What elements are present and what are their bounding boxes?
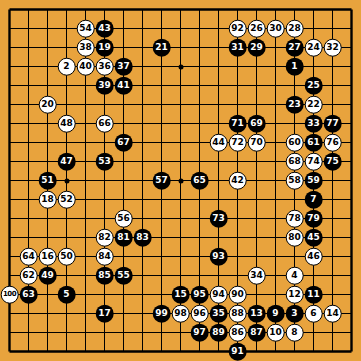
black-stone-79: 79: [304, 209, 323, 228]
black-stone-21: 21: [152, 38, 171, 57]
white-stone-98: 98: [171, 304, 190, 323]
star-point: [178, 178, 183, 183]
black-stone-23: 23: [285, 95, 304, 114]
black-stone-17: 17: [95, 304, 114, 323]
white-stone-30: 30: [266, 19, 285, 38]
black-stone-55: 55: [114, 266, 133, 285]
black-stone-99: 99: [152, 304, 171, 323]
black-stone-47: 47: [57, 152, 76, 171]
black-stone-61: 61: [304, 133, 323, 152]
white-stone-96: 96: [190, 304, 209, 323]
black-stone-43: 43: [95, 19, 114, 38]
white-stone-82: 82: [95, 228, 114, 247]
black-stone-81: 81: [114, 228, 133, 247]
white-stone-64: 64: [19, 247, 38, 266]
black-stone-49: 49: [38, 266, 57, 285]
black-stone-35: 35: [209, 304, 228, 323]
black-stone-45: 45: [304, 228, 323, 247]
black-stone-19: 19: [95, 38, 114, 57]
white-stone-58: 58: [285, 171, 304, 190]
white-stone-70: 70: [247, 133, 266, 152]
black-stone-7: 7: [304, 190, 323, 209]
black-stone-39: 39: [95, 76, 114, 95]
white-stone-74: 74: [304, 152, 323, 171]
black-stone-91: 91: [228, 342, 247, 361]
white-stone-12: 12: [285, 285, 304, 304]
white-stone-46: 46: [304, 247, 323, 266]
black-stone-93: 93: [209, 247, 228, 266]
white-stone-2: 2: [57, 57, 76, 76]
white-stone-32: 32: [323, 38, 342, 57]
white-stone-36: 36: [95, 57, 114, 76]
black-stone-5: 5: [57, 285, 76, 304]
white-stone-60: 60: [285, 133, 304, 152]
white-stone-20: 20: [38, 95, 57, 114]
black-stone-41: 41: [114, 76, 133, 95]
white-stone-90: 90: [228, 285, 247, 304]
white-stone-78: 78: [285, 209, 304, 228]
black-stone-15: 15: [171, 285, 190, 304]
black-stone-1: 1: [285, 57, 304, 76]
white-stone-72: 72: [228, 133, 247, 152]
white-stone-24: 24: [304, 38, 323, 57]
white-stone-56: 56: [114, 209, 133, 228]
white-stone-18: 18: [38, 190, 57, 209]
black-stone-67: 67: [114, 133, 133, 152]
black-stone-73: 73: [209, 209, 228, 228]
black-stone-89: 89: [209, 323, 228, 342]
white-stone-44: 44: [209, 133, 228, 152]
white-stone-40: 40: [76, 57, 95, 76]
black-stone-27: 27: [285, 38, 304, 57]
black-stone-59: 59: [304, 171, 323, 190]
white-stone-80: 80: [285, 228, 304, 247]
black-stone-95: 95: [190, 285, 209, 304]
black-stone-69: 69: [247, 114, 266, 133]
white-stone-94: 94: [209, 285, 228, 304]
white-stone-48: 48: [57, 114, 76, 133]
white-stone-14: 14: [323, 304, 342, 323]
black-stone-13: 13: [247, 304, 266, 323]
black-stone-75: 75: [323, 152, 342, 171]
white-stone-6: 6: [304, 304, 323, 323]
white-stone-42: 42: [228, 171, 247, 190]
white-stone-62: 62: [19, 266, 38, 285]
white-stone-26: 26: [247, 19, 266, 38]
black-stone-25: 25: [304, 76, 323, 95]
white-stone-84: 84: [95, 247, 114, 266]
black-stone-9: 9: [266, 304, 285, 323]
white-stone-100: 100: [0, 285, 19, 304]
white-stone-38: 38: [76, 38, 95, 57]
white-stone-86: 86: [228, 323, 247, 342]
white-stone-16: 16: [38, 247, 57, 266]
white-stone-34: 34: [247, 266, 266, 285]
black-stone-3: 3: [285, 304, 304, 323]
black-stone-31: 31: [228, 38, 247, 57]
white-stone-22: 22: [304, 95, 323, 114]
black-stone-11: 11: [304, 285, 323, 304]
white-stone-8: 8: [285, 323, 304, 342]
star-point: [178, 64, 183, 69]
white-stone-4: 4: [285, 266, 304, 285]
black-stone-53: 53: [95, 152, 114, 171]
white-stone-92: 92: [228, 19, 247, 38]
black-stone-63: 63: [19, 285, 38, 304]
black-stone-65: 65: [190, 171, 209, 190]
white-stone-68: 68: [285, 152, 304, 171]
star-point: [64, 178, 69, 183]
white-stone-88: 88: [228, 304, 247, 323]
white-stone-52: 52: [57, 190, 76, 209]
black-stone-87: 87: [247, 323, 266, 342]
black-stone-97: 97: [190, 323, 209, 342]
white-stone-10: 10: [266, 323, 285, 342]
black-stone-51: 51: [38, 171, 57, 190]
black-stone-71: 71: [228, 114, 247, 133]
black-stone-83: 83: [133, 228, 152, 247]
white-stone-50: 50: [57, 247, 76, 266]
black-stone-85: 85: [95, 266, 114, 285]
white-stone-76: 76: [323, 133, 342, 152]
black-stone-37: 37: [114, 57, 133, 76]
black-stone-29: 29: [247, 38, 266, 57]
white-stone-66: 66: [95, 114, 114, 133]
white-stone-54: 54: [76, 19, 95, 38]
black-stone-33: 33: [304, 114, 323, 133]
go-board[interactable]: 1234567891011121314151617181920212223242…: [0, 0, 361, 361]
black-stone-57: 57: [152, 171, 171, 190]
white-stone-28: 28: [285, 19, 304, 38]
black-stone-77: 77: [323, 114, 342, 133]
